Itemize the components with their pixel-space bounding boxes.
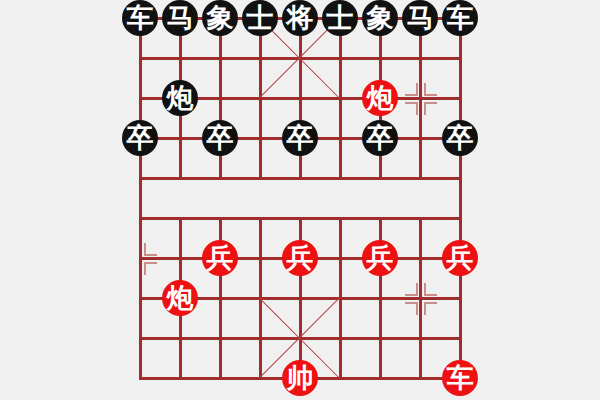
piece-red-soldier-e[interactable]: 兵 [282, 240, 318, 276]
piece-black-soldier-i[interactable]: 卒 [442, 120, 478, 156]
marker-corner [144, 262, 157, 275]
piece-black-soldier-g[interactable]: 卒 [362, 120, 398, 156]
marker-corner [424, 283, 437, 296]
marker-corner [144, 243, 157, 256]
piece-black-general[interactable]: 将 [282, 0, 318, 36]
piece-black-soldier-a[interactable]: 卒 [122, 120, 158, 156]
piece-red-soldier-i[interactable]: 兵 [442, 240, 478, 276]
last-move-marker [400, 78, 440, 118]
marker-corner [424, 83, 437, 96]
piece-black-horse-right[interactable]: 马 [402, 0, 438, 36]
piece-black-soldier-c[interactable]: 卒 [202, 120, 238, 156]
piece-red-soldier-c[interactable]: 兵 [202, 240, 238, 276]
piece-red-general[interactable]: 帅 [282, 360, 318, 396]
piece-black-advisor-right[interactable]: 士 [322, 0, 358, 36]
marker-corner [424, 302, 437, 315]
board-grid: 车马象士将士象马车炮卒卒卒卒卒炮兵兵兵兵炮帅车 [120, 0, 480, 398]
piece-red-cannon-advanced[interactable]: 炮 [362, 80, 398, 116]
last-move-marker [120, 238, 160, 278]
last-move-marker [400, 278, 440, 318]
marker-corner [405, 283, 418, 296]
marker-corner [405, 83, 418, 96]
marker-corner [405, 302, 418, 315]
piece-black-horse-left[interactable]: 马 [162, 0, 198, 36]
piece-black-advisor-left[interactable]: 士 [242, 0, 278, 36]
piece-black-chariot-right[interactable]: 车 [442, 0, 478, 36]
piece-black-chariot-left[interactable]: 车 [122, 0, 158, 36]
piece-red-cannon[interactable]: 炮 [162, 280, 198, 316]
xiangqi-board-screen: 车马象士将士象马车炮卒卒卒卒卒炮兵兵兵兵炮帅车 [0, 0, 600, 400]
piece-red-chariot[interactable]: 车 [442, 360, 478, 396]
piece-black-elephant-right[interactable]: 象 [362, 0, 398, 36]
marker-corner [405, 102, 418, 115]
piece-black-elephant-left[interactable]: 象 [202, 0, 238, 36]
marker-corner [424, 102, 437, 115]
piece-red-soldier-g[interactable]: 兵 [362, 240, 398, 276]
piece-black-soldier-e[interactable]: 卒 [282, 120, 318, 156]
piece-black-cannon[interactable]: 炮 [162, 80, 198, 116]
